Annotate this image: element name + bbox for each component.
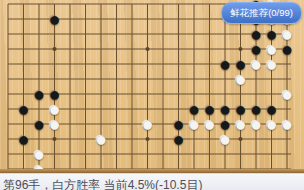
black-stone: ● [217,57,233,72]
stones-layer: ●●●●●●●●●●●●●●●●●●●●●●●●●●●●●●●●●●●●●●●●… [0,0,295,173]
white-stone: ● [233,72,249,87]
white-stone: ● [264,57,280,72]
white-stone: ● [202,117,218,132]
white-stone: ● [248,117,264,132]
white-stone: ● [279,87,295,102]
black-stone: ● [31,87,47,102]
white-stone: ● [217,132,233,147]
black-stone: ● [31,117,47,132]
flower-recommend-button[interactable]: 鲜花推荐(0/99) [221,2,302,24]
black-stone: ● [171,132,187,147]
white-stone: ● [248,57,264,72]
go-app-screen: ●●●●●●●●●●●●●●●●●●●●●●●●●●●●●●●●●●●●●●●●… [0,0,304,190]
white-stone: ● [233,117,249,132]
black-stone: ● [47,12,63,27]
white-stone: ● [279,117,295,132]
black-stone: ● [16,132,32,147]
go-board[interactable]: ●●●●●●●●●●●●●●●●●●●●●●●●●●●●●●●●●●●●●●●●… [0,0,304,173]
status-bar: 第96手，白方胜率 当前4.5%(-10.5目) [0,173,304,190]
white-stone: ● [264,117,280,132]
black-stone: ● [279,42,295,57]
black-stone: ● [16,102,32,117]
ai-winrate-text: 第96手，白方胜率 当前4.5%(-10.5目) [3,178,202,190]
flower-button-label: 鲜花推荐(0/99) [230,7,293,20]
white-stone: ● [47,117,63,132]
white-stone: ● [93,132,109,147]
white-stone: ● [186,117,202,132]
white-stone: ● [140,117,156,132]
